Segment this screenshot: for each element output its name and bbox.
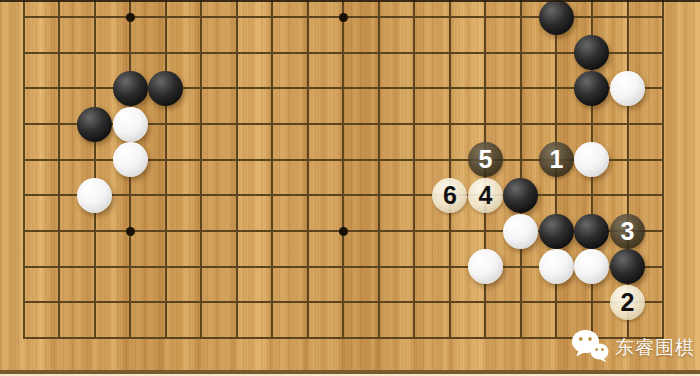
stone-white[interactable] xyxy=(113,107,148,142)
stone-black[interactable] xyxy=(610,249,645,284)
star-point xyxy=(339,13,348,22)
screenshot-top-border xyxy=(0,0,700,2)
stone-white[interactable] xyxy=(503,214,538,249)
star-point xyxy=(126,13,135,22)
stone-white[interactable] xyxy=(539,249,574,284)
grid-hline xyxy=(23,301,665,303)
star-point xyxy=(339,227,348,236)
stone-black[interactable] xyxy=(574,71,609,106)
stone-white[interactable] xyxy=(468,249,503,284)
stone-black[interactable] xyxy=(113,71,148,106)
stone-black[interactable] xyxy=(539,0,574,35)
move-stone-1-black[interactable]: 1 xyxy=(539,142,574,177)
grid-hline xyxy=(23,194,665,196)
star-point xyxy=(126,227,135,236)
stone-black[interactable] xyxy=(539,214,574,249)
stone-white[interactable] xyxy=(610,71,645,106)
move-stone-5-black[interactable]: 5 xyxy=(468,142,503,177)
grid-hline xyxy=(23,337,665,339)
stone-black[interactable] xyxy=(574,35,609,70)
move-stone-4-white[interactable]: 4 xyxy=(468,178,503,213)
move-stone-6-white[interactable]: 6 xyxy=(432,178,467,213)
stone-black[interactable] xyxy=(574,214,609,249)
move-stone-3-black[interactable]: 3 xyxy=(610,214,645,249)
stone-black[interactable] xyxy=(77,107,112,142)
go-app-screenshot: 516432 东睿围棋 xyxy=(0,0,700,376)
stone-black[interactable] xyxy=(503,178,538,213)
stone-white[interactable] xyxy=(113,142,148,177)
stone-white[interactable] xyxy=(574,142,609,177)
grid-hline xyxy=(23,52,665,54)
stone-white[interactable] xyxy=(77,178,112,213)
wechat-icon xyxy=(571,329,609,367)
go-board[interactable]: 516432 xyxy=(0,0,700,376)
watermark: 东睿围棋 xyxy=(571,329,695,367)
watermark-text: 东睿围棋 xyxy=(615,335,695,361)
stone-white[interactable] xyxy=(574,249,609,284)
move-stone-2-white[interactable]: 2 xyxy=(610,285,645,320)
stone-black[interactable] xyxy=(148,71,183,106)
